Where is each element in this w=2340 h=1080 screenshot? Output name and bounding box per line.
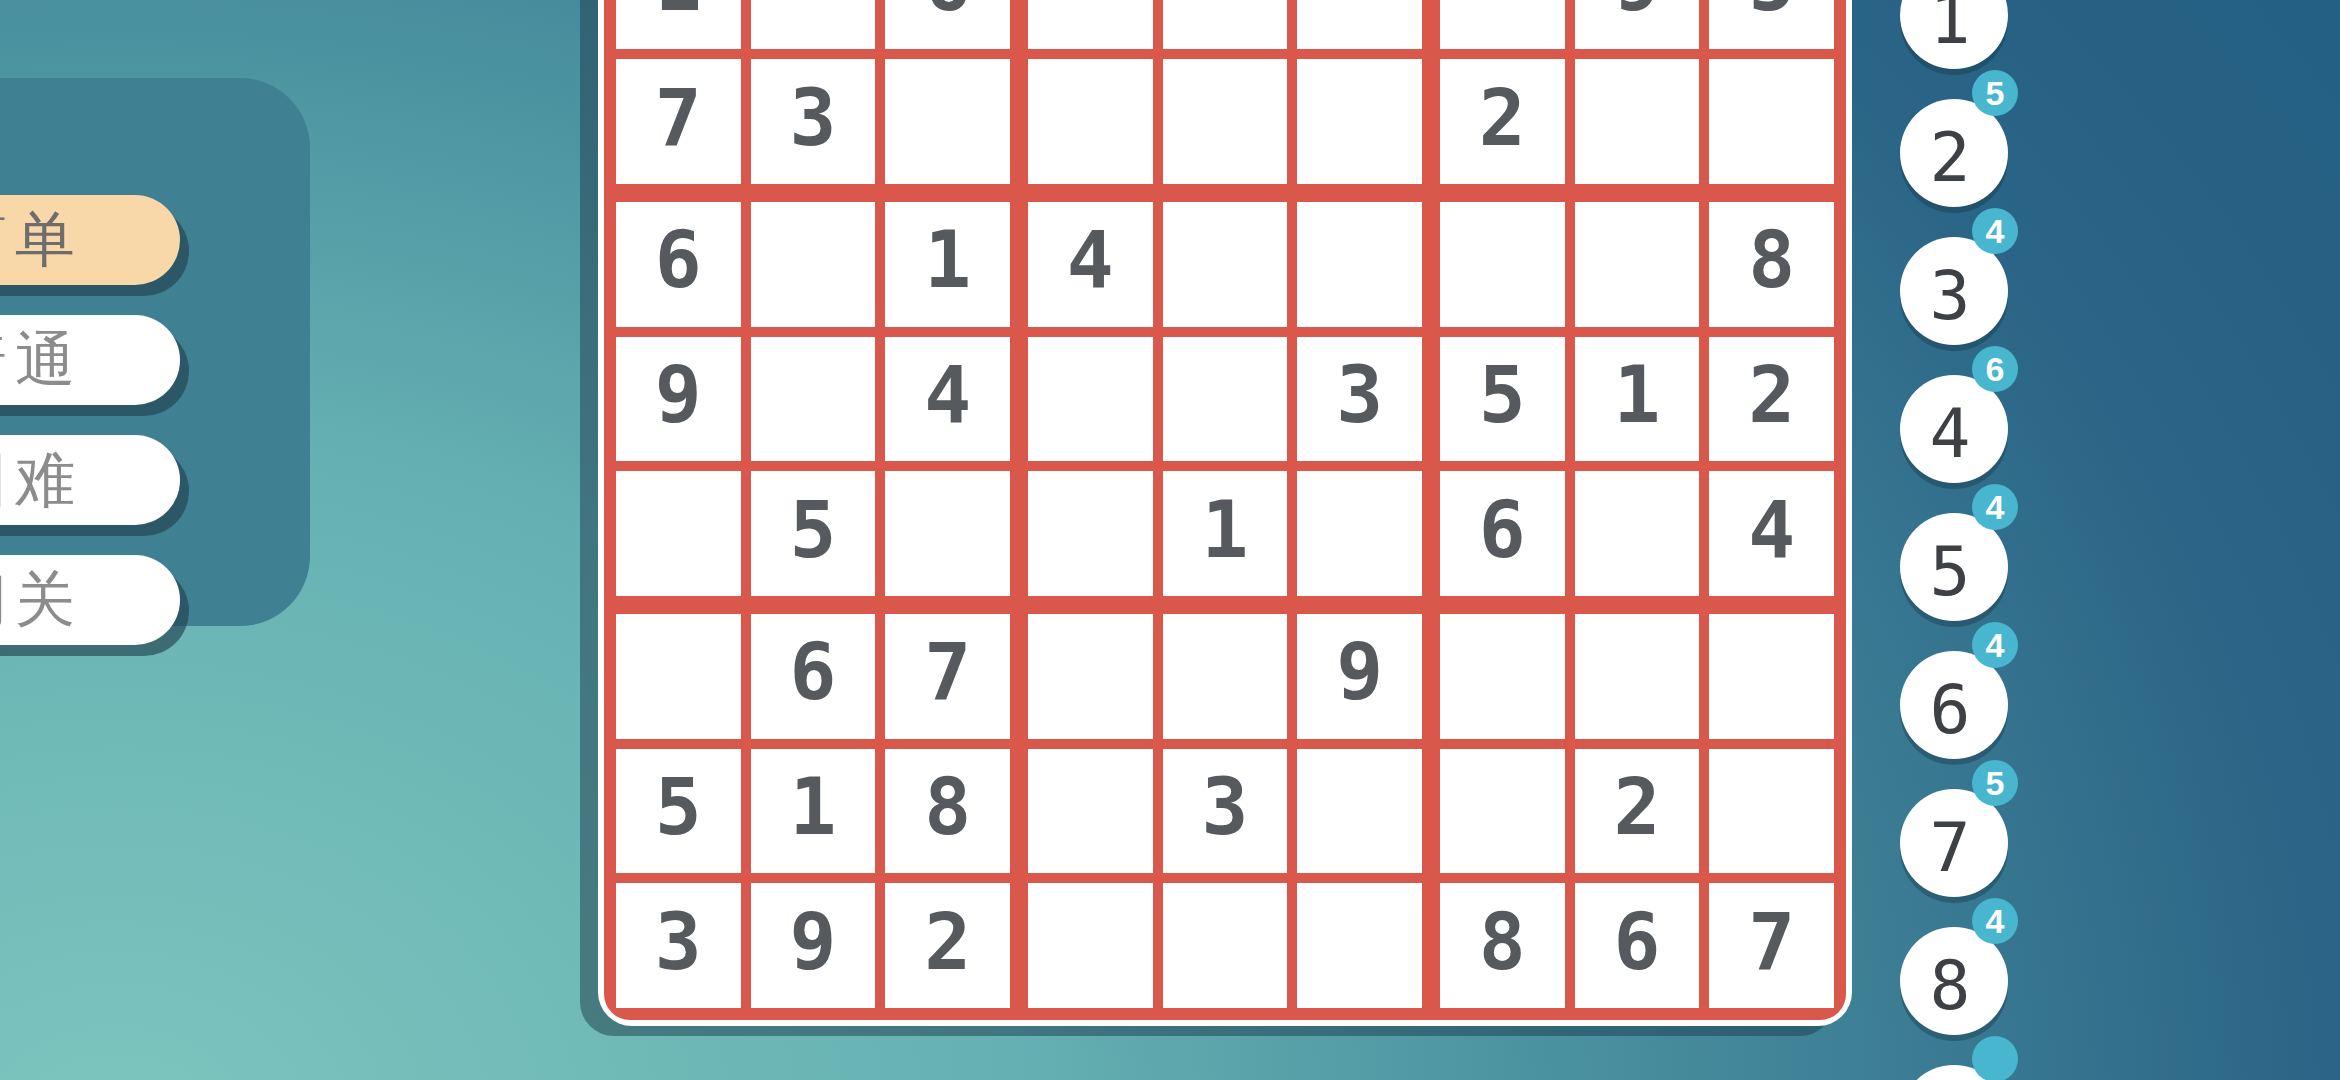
sudoku-cell[interactable]: 4 (1028, 202, 1153, 327)
sudoku-cell[interactable] (885, 59, 1010, 184)
sudoku-cell[interactable] (616, 614, 741, 739)
sudoku-cell[interactable]: 7 (616, 59, 741, 184)
sudoku-cell[interactable] (1163, 59, 1288, 184)
sudoku-box: 431 (1028, 202, 1422, 596)
sudoku-cell[interactable]: 3 (1163, 749, 1288, 874)
sudoku-cell[interactable] (1440, 614, 1565, 739)
sudoku-cell-value: 9 (655, 350, 702, 440)
number-button-digit: 4 (1896, 379, 2004, 487)
sudoku-cell[interactable] (1709, 614, 1834, 739)
sudoku-cell[interactable]: 8 (885, 749, 1010, 874)
sudoku-cell[interactable]: 7 (1709, 883, 1834, 1008)
remaining-count-badge (1972, 1036, 2018, 1080)
sudoku-cell-value: 1 (1202, 485, 1249, 575)
sudoku-cell[interactable] (1575, 202, 1700, 327)
difficulty-button-challenge[interactable]: 闯关 (0, 555, 180, 645)
sudoku-cell[interactable] (1575, 59, 1700, 184)
sudoku-cell[interactable]: 1 (1575, 337, 1700, 462)
sudoku-cell[interactable] (1297, 59, 1422, 184)
sudoku-cell[interactable] (1163, 202, 1288, 327)
sudoku-cell[interactable] (1709, 749, 1834, 874)
sudoku-cell[interactable]: 4 (885, 337, 1010, 462)
sudoku-cell[interactable] (1440, 0, 1565, 49)
number-button-digit: 6 (1896, 655, 2004, 763)
remaining-count-badge: 4 (1972, 484, 2018, 530)
sudoku-cell[interactable] (1575, 471, 1700, 596)
sudoku-cell[interactable] (1297, 883, 1422, 1008)
sudoku-board-container: 16739526194543185126467518392932867 (598, 0, 1852, 1026)
sudoku-cell-value: 1 (655, 0, 702, 28)
sudoku-cell[interactable] (1028, 883, 1153, 1008)
sudoku-cell-value: 7 (924, 627, 971, 717)
sudoku-cell[interactable]: 5 (751, 471, 876, 596)
sudoku-cell-value: 9 (790, 897, 837, 987)
sudoku-cell[interactable]: 4 (1709, 471, 1834, 596)
sudoku-cell[interactable]: 5 (1440, 337, 1565, 462)
sudoku-cell-value: 2 (1748, 350, 1795, 440)
number-button-digit: 3 (1896, 241, 2004, 349)
sudoku-cell-value: 4 (924, 350, 971, 440)
sudoku-cell[interactable]: 9 (1575, 0, 1700, 49)
sudoku-cell[interactable]: 6 (751, 614, 876, 739)
sudoku-cell[interactable]: 9 (751, 883, 876, 1008)
sudoku-cell-value: 1 (1614, 350, 1661, 440)
sudoku-cell-value: 3 (1202, 762, 1249, 852)
remaining-count-badge: 4 (1972, 898, 2018, 944)
sudoku-cell[interactable] (1028, 59, 1153, 184)
sudoku-cell[interactable]: 3 (1297, 337, 1422, 462)
number-button-4[interactable]: 46 (1900, 375, 2008, 483)
sudoku-cell-value: 9 (1614, 0, 1661, 28)
number-button-digit: 7 (1896, 793, 2004, 901)
sudoku-cell[interactable] (1163, 337, 1288, 462)
sudoku-cell[interactable]: 7 (885, 614, 1010, 739)
number-button-digit: 2 (1896, 103, 2004, 211)
sudoku-cell-value: 5 (1479, 350, 1526, 440)
sudoku-cell[interactable] (1297, 0, 1422, 49)
remaining-count-badge: 5 (1972, 70, 2018, 116)
sudoku-cell-value: 6 (1614, 897, 1661, 987)
sudoku-cell[interactable] (1709, 59, 1834, 184)
sudoku-cell-value: 2 (1614, 762, 1661, 852)
sudoku-app: { "game": "sudoku", "position": { "notat… (0, 0, 2340, 1080)
sudoku-cell[interactable]: 2 (1440, 59, 1565, 184)
sudoku-cell[interactable] (1297, 471, 1422, 596)
number-button-7[interactable]: 75 (1900, 789, 2008, 897)
sudoku-cell-value: 7 (655, 73, 702, 163)
sudoku-cell[interactable]: 2 (1709, 337, 1834, 462)
sudoku-cell[interactable] (1028, 337, 1153, 462)
number-button-digit: 5 (1896, 517, 2004, 625)
sudoku-cell[interactable] (1440, 749, 1565, 874)
sudoku-cell[interactable] (1297, 202, 1422, 327)
sudoku-cell[interactable] (1028, 471, 1153, 596)
number-button-6[interactable]: 64 (1900, 651, 2008, 759)
sudoku-cell[interactable]: 8 (1709, 202, 1834, 327)
remaining-count-badge: 4 (1972, 622, 2018, 668)
sudoku-cell-value: 6 (655, 215, 702, 305)
sudoku-cell-value: 8 (1748, 215, 1795, 305)
sudoku-cell-value: 7 (1748, 897, 1795, 987)
sudoku-cell-value: 5 (655, 762, 702, 852)
difficulty-button-hard[interactable]: 困难 (0, 435, 180, 525)
sudoku-cell[interactable] (1575, 614, 1700, 739)
sudoku-box: 93 (1028, 614, 1422, 1008)
sudoku-cell-value: 5 (790, 485, 837, 575)
sudoku-box: 2867 (1440, 614, 1834, 1008)
sudoku-cell-value: 2 (924, 897, 971, 987)
sudoku-cell[interactable] (1028, 614, 1153, 739)
remaining-count-badge: 6 (1972, 346, 2018, 392)
difficulty-button-normal[interactable]: 普通 (0, 315, 180, 405)
sudoku-cell-value: 8 (924, 762, 971, 852)
sudoku-cell[interactable] (1028, 0, 1153, 49)
sudoku-cell[interactable] (1297, 749, 1422, 874)
sudoku-board: 16739526194543185126467518392932867 (604, 0, 1846, 1020)
sudoku-cell[interactable] (1440, 202, 1565, 327)
sudoku-box: 952 (1440, 0, 1834, 184)
number-button-digit: 1 (1896, 0, 2004, 73)
number-button-2[interactable]: 25 (1900, 99, 2008, 207)
sudoku-cell[interactable]: 1 (1163, 471, 1288, 596)
sudoku-cell[interactable]: 1 (616, 0, 741, 49)
sudoku-cell-value: 4 (1067, 215, 1114, 305)
sudoku-cell[interactable] (751, 337, 876, 462)
number-button-5[interactable]: 54 (1900, 513, 2008, 621)
sudoku-cell-value: 5 (1748, 0, 1795, 28)
sudoku-cell[interactable]: 6 (616, 202, 741, 327)
sudoku-cell[interactable] (751, 202, 876, 327)
sudoku-cell-value: 1 (790, 762, 837, 852)
sudoku-box: 851264 (1440, 202, 1834, 596)
difficulty-panel: 简单 普通 困难 闯关 (0, 78, 310, 626)
sudoku-cell-value: 4 (1748, 485, 1795, 575)
sudoku-cell[interactable]: 6 (1440, 471, 1565, 596)
sudoku-cell[interactable] (1163, 0, 1288, 49)
sudoku-cell[interactable]: 3 (616, 883, 741, 1008)
difficulty-button-hard-label: 困难 (0, 440, 83, 521)
sudoku-cell[interactable] (885, 471, 1010, 596)
number-button-digit: 8 (1896, 931, 2004, 1039)
difficulty-button-easy-label: 简单 (0, 200, 83, 281)
number-button-8[interactable]: 84 (1900, 927, 2008, 1035)
sudoku-cell[interactable]: 3 (751, 59, 876, 184)
sudoku-box: 1673 (616, 0, 1010, 184)
sudoku-cell-value: 6 (1479, 485, 1526, 575)
sudoku-cell[interactable]: 1 (885, 202, 1010, 327)
difficulty-button-normal-label: 普通 (0, 320, 83, 401)
sudoku-cell-value: 1 (924, 215, 971, 305)
sudoku-box: 61945 (616, 202, 1010, 596)
sudoku-cell-value: 6 (924, 0, 971, 28)
sudoku-cell[interactable]: 5 (1709, 0, 1834, 49)
sudoku-cell[interactable] (1163, 614, 1288, 739)
sudoku-cell[interactable]: 5 (616, 749, 741, 874)
remaining-count-badge: 5 (1972, 760, 2018, 806)
sudoku-cell-value: 9 (1336, 627, 1383, 717)
sudoku-cell[interactable] (616, 471, 741, 596)
number-button-3[interactable]: 34 (1900, 237, 2008, 345)
sudoku-cell[interactable]: 9 (1297, 614, 1422, 739)
difficulty-button-easy[interactable]: 简单 (0, 195, 180, 285)
number-button-1[interactable]: 1 (1900, 0, 2008, 69)
sudoku-cell[interactable]: 2 (1575, 749, 1700, 874)
sudoku-cell-value: 3 (655, 897, 702, 987)
sudoku-cell[interactable] (1163, 883, 1288, 1008)
sudoku-box (1028, 0, 1422, 184)
sudoku-cell[interactable] (1028, 749, 1153, 874)
sudoku-cell-value: 8 (1479, 897, 1526, 987)
difficulty-button-challenge-label: 闯关 (0, 560, 83, 641)
sudoku-box: 67518392 (616, 614, 1010, 1008)
sudoku-cell-value: 6 (790, 627, 837, 717)
sudoku-cell[interactable]: 8 (1440, 883, 1565, 1008)
sudoku-cell-value: 3 (790, 73, 837, 163)
sudoku-cell[interactable]: 9 (616, 337, 741, 462)
sudoku-cell-value: 2 (1479, 73, 1526, 163)
number-button-9[interactable]: 9 (1900, 1065, 2008, 1080)
sudoku-cell[interactable]: 2 (885, 883, 1010, 1008)
sudoku-cell[interactable]: 6 (1575, 883, 1700, 1008)
sudoku-cell[interactable]: 1 (751, 749, 876, 874)
remaining-count-badge: 4 (1972, 208, 2018, 254)
sudoku-cell[interactable] (751, 0, 876, 49)
sudoku-cell-value: 3 (1336, 350, 1383, 440)
sudoku-cell[interactable]: 6 (885, 0, 1010, 49)
